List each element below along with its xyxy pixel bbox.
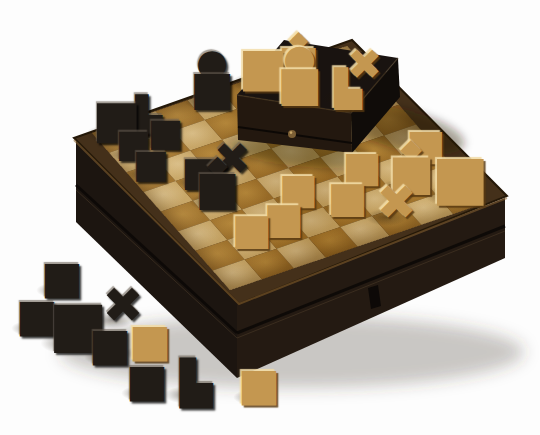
photo-bauhaus-chess-set: ■▙●■■■■■✖◆■■■■■■■◆■✖■■◆■●■▙✖■■■✖■■■▙■: [0, 0, 540, 435]
